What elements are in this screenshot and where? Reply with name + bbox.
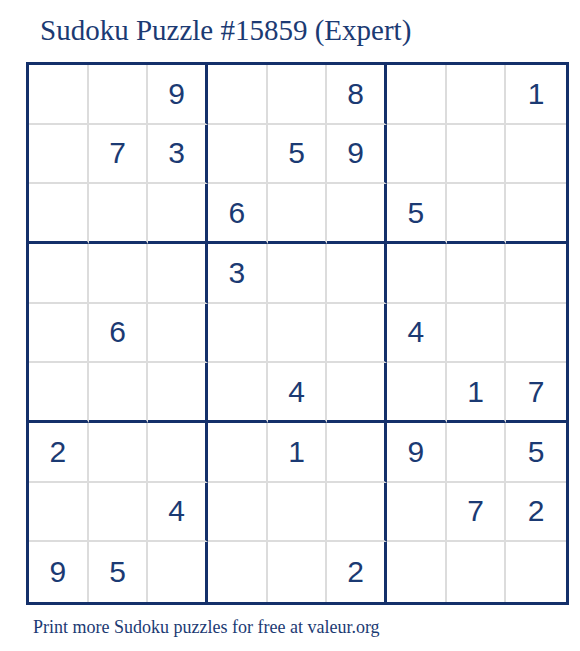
cell-r5c1	[29, 304, 89, 364]
cell-r4c3	[148, 244, 208, 304]
cell-r5c2: 6	[89, 304, 149, 364]
cell-r3c4: 6	[208, 184, 268, 244]
cell-r1c8	[447, 65, 507, 125]
cell-r7c9: 5	[506, 423, 566, 483]
cell-r1c6: 8	[327, 65, 387, 125]
cell-r8c2	[89, 483, 149, 543]
cell-r7c3	[148, 423, 208, 483]
cell-r9c9	[506, 542, 566, 602]
cell-r8c7	[387, 483, 447, 543]
footer-text: Print more Sudoku puzzles for free at va…	[33, 617, 380, 638]
cell-r2c4	[208, 125, 268, 185]
cell-r4c1	[29, 244, 89, 304]
cell-r9c6: 2	[327, 542, 387, 602]
cell-r6c3	[148, 363, 208, 423]
cell-r3c1	[29, 184, 89, 244]
cell-r2c8	[447, 125, 507, 185]
cell-r2c2: 7	[89, 125, 149, 185]
cell-r6c7	[387, 363, 447, 423]
cell-r8c9: 2	[506, 483, 566, 543]
cell-r7c8	[447, 423, 507, 483]
cell-r6c1	[29, 363, 89, 423]
cell-r5c6	[327, 304, 387, 364]
cell-r6c8: 1	[447, 363, 507, 423]
cell-r9c5	[268, 542, 328, 602]
cell-r4c4: 3	[208, 244, 268, 304]
cell-r7c5: 1	[268, 423, 328, 483]
cell-r4c8	[447, 244, 507, 304]
cell-r1c1	[29, 65, 89, 125]
cell-r5c8	[447, 304, 507, 364]
cell-r7c6	[327, 423, 387, 483]
cell-r4c6	[327, 244, 387, 304]
cell-r3c5	[268, 184, 328, 244]
cell-r2c7	[387, 125, 447, 185]
cell-r9c4	[208, 542, 268, 602]
cell-r8c3: 4	[148, 483, 208, 543]
cell-r6c9: 7	[506, 363, 566, 423]
cell-r7c7: 9	[387, 423, 447, 483]
page-title: Sudoku Puzzle #15859 (Expert)	[40, 12, 411, 48]
cell-r1c2	[89, 65, 149, 125]
cell-r3c9	[506, 184, 566, 244]
cell-r2c1	[29, 125, 89, 185]
cell-r1c7	[387, 65, 447, 125]
cell-r5c5	[268, 304, 328, 364]
cell-r7c2	[89, 423, 149, 483]
cell-r1c5	[268, 65, 328, 125]
cell-r9c8	[447, 542, 507, 602]
cell-r6c5: 4	[268, 363, 328, 423]
cell-r8c4	[208, 483, 268, 543]
cell-r1c4	[208, 65, 268, 125]
cell-r5c4	[208, 304, 268, 364]
cell-r3c3	[148, 184, 208, 244]
cell-r4c5	[268, 244, 328, 304]
cell-r3c6	[327, 184, 387, 244]
cell-r5c7: 4	[387, 304, 447, 364]
cell-r9c2: 5	[89, 542, 149, 602]
cell-r9c3	[148, 542, 208, 602]
cell-r6c4	[208, 363, 268, 423]
cell-r7c1: 2	[29, 423, 89, 483]
cell-r1c9: 1	[506, 65, 566, 125]
cell-r2c9	[506, 125, 566, 185]
cell-r9c1: 9	[29, 542, 89, 602]
cell-r8c8: 7	[447, 483, 507, 543]
cell-r1c3: 9	[148, 65, 208, 125]
cell-r6c6	[327, 363, 387, 423]
cell-r2c5: 5	[268, 125, 328, 185]
cell-r8c6	[327, 483, 387, 543]
cell-r9c7	[387, 542, 447, 602]
cell-r3c7: 5	[387, 184, 447, 244]
sudoku-page: Sudoku Puzzle #15859 (Expert) 9817359653…	[0, 0, 580, 651]
cell-r7c4	[208, 423, 268, 483]
cell-r5c3	[148, 304, 208, 364]
cell-r3c2	[89, 184, 149, 244]
cell-r5c9	[506, 304, 566, 364]
cell-r6c2	[89, 363, 149, 423]
cell-r2c6: 9	[327, 125, 387, 185]
cell-r8c1	[29, 483, 89, 543]
sudoku-board: 9817359653644172195472952	[26, 62, 569, 605]
cell-r4c9	[506, 244, 566, 304]
cell-r3c8	[447, 184, 507, 244]
cell-r4c7	[387, 244, 447, 304]
cell-r2c3: 3	[148, 125, 208, 185]
cell-r4c2	[89, 244, 149, 304]
cell-r8c5	[268, 483, 328, 543]
